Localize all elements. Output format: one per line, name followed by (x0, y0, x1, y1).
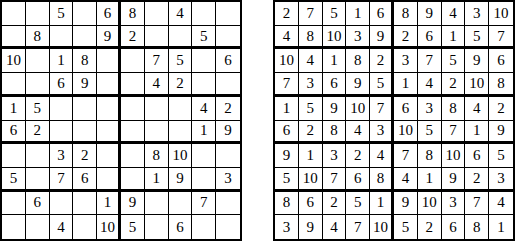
puzzle-cell-r10c1 (2, 215, 26, 239)
solution-cell-r10c8: 6 (442, 215, 466, 239)
puzzle-cell-r2c10 (216, 26, 240, 50)
solution-cell-r6c4: 4 (346, 121, 370, 145)
solution-cell-r10c3: 4 (323, 215, 347, 239)
puzzle-cell-r10c6: 5 (121, 215, 145, 239)
solution-cell-r10c6: 5 (394, 215, 418, 239)
solution-cell-r4c2: 3 (299, 73, 323, 97)
puzzle-cell-r4c5 (97, 73, 121, 97)
puzzle-cell-r2c6: 2 (121, 26, 145, 50)
solution-cell-r9c1: 8 (275, 192, 299, 216)
puzzle-cell-r8c9 (192, 168, 216, 192)
solution-cell-r6c8: 7 (442, 121, 466, 145)
solution-cell-r2c8: 1 (442, 26, 466, 50)
solution-cell-r8c6: 4 (394, 168, 418, 192)
puzzle-cell-r1c6: 8 (121, 2, 145, 26)
solution-cell-r3c6: 3 (394, 49, 418, 73)
puzzle-cell-r2c3 (50, 26, 74, 50)
puzzle-cell-r6c10: 9 (216, 121, 240, 145)
solution-cell-r7c4: 2 (346, 144, 370, 168)
solution-cell-r9c2: 6 (299, 192, 323, 216)
solution-cell-r2c3: 10 (323, 26, 347, 50)
solution-cell-r3c1: 10 (275, 49, 299, 73)
solution-cell-r5c5: 7 (370, 97, 394, 121)
solution-cell-r4c1: 7 (275, 73, 299, 97)
solution-cell-r7c7: 8 (418, 144, 442, 168)
solution-cell-r7c10: 5 (489, 144, 513, 168)
puzzle-cell-r2c2: 8 (26, 26, 50, 50)
solution-cell-r3c9: 9 (465, 49, 489, 73)
solution-cell-r8c1: 5 (275, 168, 299, 192)
solution-cell-r6c6: 10 (394, 121, 418, 145)
solution-cell-r8c7: 1 (418, 168, 442, 192)
solution-cell-r2c5: 9 (370, 26, 394, 50)
puzzle-cell-r3c7: 7 (145, 49, 169, 73)
puzzle-cell-r5c8 (169, 97, 193, 121)
puzzle-cell-r8c2 (26, 168, 50, 192)
puzzle-cell-r5c9: 4 (192, 97, 216, 121)
puzzle-cell-r5c5 (97, 97, 121, 121)
solution-cell-r9c5: 1 (370, 192, 394, 216)
puzzle-cell-r7c6 (121, 144, 145, 168)
puzzle-cell-r6c2: 2 (26, 121, 50, 145)
puzzle-cell-r6c6 (121, 121, 145, 145)
puzzle-cell-r8c3: 7 (50, 168, 74, 192)
puzzle-cell-r7c2 (26, 144, 50, 168)
puzzle-cell-r4c7: 4 (145, 73, 169, 97)
puzzle-cell-r10c4 (73, 215, 97, 239)
puzzle-cell-r8c8: 9 (169, 168, 193, 192)
solution-cell-r10c7: 2 (418, 215, 442, 239)
puzzle-cell-r3c2 (26, 49, 50, 73)
puzzle-cell-r5c2: 5 (26, 97, 50, 121)
puzzle-cell-r5c7 (145, 97, 169, 121)
puzzle-cell-r10c7 (145, 215, 169, 239)
solution-cell-r5c7: 3 (418, 97, 442, 121)
solution-cell-r1c5: 6 (370, 2, 394, 26)
solution-cell-r3c2: 4 (299, 49, 323, 73)
puzzle-cell-r2c4 (73, 26, 97, 50)
solution-cell-r1c2: 7 (299, 2, 323, 26)
board-gap (242, 0, 273, 241)
puzzle-cell-r1c1 (2, 2, 26, 26)
puzzle-cell-r8c4: 6 (73, 168, 97, 192)
solution-cell-r2c9: 5 (465, 26, 489, 50)
solution-cell-r3c10: 6 (489, 49, 513, 73)
puzzle-cell-r10c2 (26, 215, 50, 239)
puzzle-cell-r8c6 (121, 168, 145, 192)
puzzle-cell-r6c4 (73, 121, 97, 145)
puzzle-cell-r9c3 (50, 192, 74, 216)
solution-cell-r2c1: 4 (275, 26, 299, 50)
puzzle-cell-r8c10: 3 (216, 168, 240, 192)
puzzle-board: 5684892510187566942154262193281057619361… (0, 0, 242, 241)
solution-cell-r7c9: 6 (465, 144, 489, 168)
puzzle-cell-r6c5 (97, 121, 121, 145)
solution-cell-r10c4: 7 (346, 215, 370, 239)
solution-cell-r4c6: 1 (394, 73, 418, 97)
solution-cell-r9c4: 5 (346, 192, 370, 216)
solution-cell-r8c8: 9 (442, 168, 466, 192)
solution-cell-r6c9: 1 (465, 121, 489, 145)
solution-cell-r2c7: 6 (418, 26, 442, 50)
puzzle-cell-r10c5: 10 (97, 215, 121, 239)
puzzle-cell-r8c7: 1 (145, 168, 169, 192)
solution-cell-r9c7: 10 (418, 192, 442, 216)
puzzle-cell-r3c6 (121, 49, 145, 73)
solution-cell-r6c7: 5 (418, 121, 442, 145)
solution-cell-r6c10: 9 (489, 121, 513, 145)
puzzle-cell-r10c10 (216, 215, 240, 239)
puzzle-cell-r2c9: 5 (192, 26, 216, 50)
puzzle-cell-r3c5 (97, 49, 121, 73)
puzzle-cell-r7c3: 3 (50, 144, 74, 168)
solution-cell-r6c5: 3 (370, 121, 394, 145)
puzzle-cell-r10c8: 6 (169, 215, 193, 239)
puzzle-cell-r3c9 (192, 49, 216, 73)
solution-cell-r10c9: 8 (465, 215, 489, 239)
solution-cell-r4c3: 6 (323, 73, 347, 97)
solution-cell-r1c9: 3 (465, 2, 489, 26)
puzzle-cell-r1c8: 4 (169, 2, 193, 26)
solution-cell-r8c2: 10 (299, 168, 323, 192)
puzzle-cell-r5c1: 1 (2, 97, 26, 121)
solution-cell-r4c5: 5 (370, 73, 394, 97)
puzzle-cell-r7c10 (216, 144, 240, 168)
solution-cell-r1c6: 8 (394, 2, 418, 26)
puzzle-cell-r2c5: 9 (97, 26, 121, 50)
puzzle-cell-r7c7: 8 (145, 144, 169, 168)
solution-cell-r8c9: 2 (465, 168, 489, 192)
solution-cell-r8c3: 7 (323, 168, 347, 192)
puzzle-cell-r1c10 (216, 2, 240, 26)
solution-cell-r1c10: 10 (489, 2, 513, 26)
solution-cell-r9c10: 4 (489, 192, 513, 216)
solution-cell-r9c8: 3 (442, 192, 466, 216)
puzzle-cell-r10c9 (192, 215, 216, 239)
puzzle-cell-r2c1 (2, 26, 26, 50)
puzzle-cell-r4c1 (2, 73, 26, 97)
puzzle-cell-r6c9: 1 (192, 121, 216, 145)
puzzle-cell-r3c3: 1 (50, 49, 74, 73)
puzzle-cell-r8c5 (97, 168, 121, 192)
puzzle-cell-r4c2 (26, 73, 50, 97)
puzzle-cell-r2c8 (169, 26, 193, 50)
solution-cell-r10c1: 3 (275, 215, 299, 239)
puzzle-cell-r1c3: 5 (50, 2, 74, 26)
solution-cell-r1c3: 5 (323, 2, 347, 26)
puzzle-cell-r3c1: 10 (2, 49, 26, 73)
solution-cell-r10c5: 10 (370, 215, 394, 239)
solution-cell-r5c1: 1 (275, 97, 299, 121)
puzzle-cell-r1c2 (26, 2, 50, 26)
puzzle-cell-r7c5 (97, 144, 121, 168)
puzzle-cell-r2c7 (145, 26, 169, 50)
puzzle-cell-r4c10 (216, 73, 240, 97)
puzzle-cell-r1c4 (73, 2, 97, 26)
puzzle-cell-r3c4: 8 (73, 49, 97, 73)
puzzle-cell-r9c10 (216, 192, 240, 216)
puzzle-cell-r9c1 (2, 192, 26, 216)
solution-cell-r4c7: 4 (418, 73, 442, 97)
puzzle-cell-r6c3 (50, 121, 74, 145)
solution-cell-r2c10: 7 (489, 26, 513, 50)
solution-cell-r4c4: 9 (346, 73, 370, 97)
solution-cell-r7c8: 10 (442, 144, 466, 168)
puzzle-cell-r4c3: 6 (50, 73, 74, 97)
solution-cell-r5c10: 2 (489, 97, 513, 121)
solution-cell-r5c6: 6 (394, 97, 418, 121)
solution-cell-r6c3: 8 (323, 121, 347, 145)
puzzle-cell-r6c7 (145, 121, 169, 145)
solution-cell-r10c2: 9 (299, 215, 323, 239)
puzzle-cell-r7c1 (2, 144, 26, 168)
puzzle-cell-r1c9 (192, 2, 216, 26)
puzzle-cell-r1c7 (145, 2, 169, 26)
puzzle-cell-r4c9 (192, 73, 216, 97)
puzzle-cell-r9c9: 7 (192, 192, 216, 216)
solution-board: 2751689431048103926157104182375967369514… (273, 0, 515, 241)
solution-cell-r9c3: 2 (323, 192, 347, 216)
solution-cell-r3c3: 1 (323, 49, 347, 73)
solution-cell-r3c8: 5 (442, 49, 466, 73)
puzzle-cell-r5c4 (73, 97, 97, 121)
puzzle-cell-r9c5: 1 (97, 192, 121, 216)
puzzle-cell-r3c8: 5 (169, 49, 193, 73)
puzzle-cell-r6c1: 6 (2, 121, 26, 145)
puzzle-cell-r7c9 (192, 144, 216, 168)
puzzle-cell-r4c4: 9 (73, 73, 97, 97)
solution-cell-r1c4: 1 (346, 2, 370, 26)
puzzle-cell-r1c5: 6 (97, 2, 121, 26)
solution-cell-r5c2: 5 (299, 97, 323, 121)
solution-cell-r3c4: 8 (346, 49, 370, 73)
solution-cell-r5c8: 8 (442, 97, 466, 121)
solution-cell-r4c8: 2 (442, 73, 466, 97)
puzzle-cell-r7c8: 10 (169, 144, 193, 168)
puzzle-cell-r9c7 (145, 192, 169, 216)
solution-cell-r8c5: 8 (370, 168, 394, 192)
puzzle-cell-r9c6: 9 (121, 192, 145, 216)
solution-cell-r8c4: 6 (346, 168, 370, 192)
solution-cell-r6c1: 6 (275, 121, 299, 145)
solution-cell-r10c10: 1 (489, 215, 513, 239)
puzzle-cell-r9c2: 6 (26, 192, 50, 216)
solution-cell-r2c2: 8 (299, 26, 323, 50)
solution-cell-r2c6: 2 (394, 26, 418, 50)
solution-cell-r7c5: 4 (370, 144, 394, 168)
solution-cell-r3c5: 2 (370, 49, 394, 73)
puzzle-cell-r4c8: 2 (169, 73, 193, 97)
puzzle-cell-r4c6 (121, 73, 145, 97)
solution-cell-r1c8: 4 (442, 2, 466, 26)
puzzle-cell-r9c8 (169, 192, 193, 216)
puzzle-cell-r5c10: 2 (216, 97, 240, 121)
puzzle-cell-r5c3 (50, 97, 74, 121)
solution-cell-r8c10: 3 (489, 168, 513, 192)
puzzle-cell-r10c3: 4 (50, 215, 74, 239)
puzzle-cell-r7c4: 2 (73, 144, 97, 168)
solution-cell-r5c3: 9 (323, 97, 347, 121)
solution-cell-r5c4: 10 (346, 97, 370, 121)
puzzle-cell-r6c8 (169, 121, 193, 145)
puzzle-cell-r5c6 (121, 97, 145, 121)
solution-cell-r6c2: 2 (299, 121, 323, 145)
solution-cell-r2c4: 3 (346, 26, 370, 50)
solution-cell-r5c9: 4 (465, 97, 489, 121)
solution-cell-r1c1: 2 (275, 2, 299, 26)
solution-cell-r9c9: 7 (465, 192, 489, 216)
puzzle-cell-r9c4 (73, 192, 97, 216)
solution-cell-r7c3: 3 (323, 144, 347, 168)
solution-cell-r9c6: 9 (394, 192, 418, 216)
solution-cell-r4c10: 8 (489, 73, 513, 97)
solution-cell-r3c7: 7 (418, 49, 442, 73)
solution-cell-r7c6: 7 (394, 144, 418, 168)
sudoku-sheet: 5684892510187566942154262193281057619361… (0, 0, 515, 241)
solution-cell-r7c2: 1 (299, 144, 323, 168)
puzzle-cell-r3c10: 6 (216, 49, 240, 73)
solution-cell-r1c7: 9 (418, 2, 442, 26)
puzzle-cell-r8c1: 5 (2, 168, 26, 192)
solution-cell-r7c1: 9 (275, 144, 299, 168)
solution-cell-r4c9: 10 (465, 73, 489, 97)
